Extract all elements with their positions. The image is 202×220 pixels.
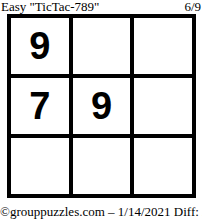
cell-r3c3[interactable] (134, 138, 192, 194)
puzzle-title: Easy "TicTac-789" (1, 0, 99, 14)
cell-r3c2[interactable] (73, 138, 131, 194)
puzzle-grid: 9 7 9 (7, 14, 196, 198)
cell-r1c1: 9 (11, 18, 69, 74)
puzzle-page: Easy "TicTac-789" 6/9 9 7 9 ©grouppuzzle… (0, 0, 202, 220)
cell-r2c1: 7 (11, 78, 69, 134)
cell-r3c1[interactable] (11, 138, 69, 194)
cell-r2c3[interactable] (134, 78, 192, 134)
copyright-line: ©grouppuzzles.com – 1/14/2021 Diff: 2 / … (0, 204, 202, 219)
cell-r1c3[interactable] (134, 18, 192, 74)
progress-counter: 6/9 (184, 0, 201, 14)
cell-r2c2: 9 (73, 78, 131, 134)
cell-r1c2[interactable] (73, 18, 131, 74)
